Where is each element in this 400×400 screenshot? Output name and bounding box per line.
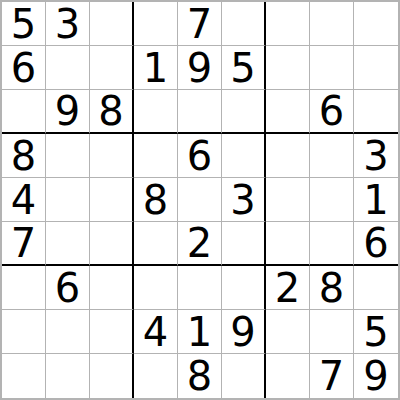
sudoku-cell-r7c9[interactable] <box>354 266 398 310</box>
sudoku-cell-r3c4[interactable] <box>134 90 178 134</box>
sudoku-cell-r1c8[interactable] <box>310 2 354 46</box>
sudoku-cell-r5c6[interactable]: 3 <box>222 178 266 222</box>
sudoku-cell-r2c6[interactable]: 5 <box>222 46 266 90</box>
sudoku-cell-r8c7[interactable] <box>266 310 310 354</box>
sudoku-cell-r1c7[interactable] <box>266 2 310 46</box>
sudoku-cell-r9c9[interactable]: 9 <box>354 354 398 398</box>
sudoku-cell-r2c5[interactable]: 9 <box>178 46 222 90</box>
sudoku-cell-r7c7[interactable]: 2 <box>266 266 310 310</box>
sudoku-cell-r7c2[interactable]: 6 <box>46 266 90 310</box>
sudoku-cell-r7c6[interactable] <box>222 266 266 310</box>
sudoku-cell-r9c4[interactable] <box>134 354 178 398</box>
sudoku-cell-r3c1[interactable] <box>2 90 46 134</box>
sudoku-cell-r7c5[interactable] <box>178 266 222 310</box>
sudoku-cell-r5c7[interactable] <box>266 178 310 222</box>
sudoku-cell-r3c9[interactable] <box>354 90 398 134</box>
sudoku-cell-r8c3[interactable] <box>90 310 134 354</box>
sudoku-cell-r2c4[interactable]: 1 <box>134 46 178 90</box>
sudoku-cell-r1c9[interactable] <box>354 2 398 46</box>
sudoku-cell-r3c5[interactable] <box>178 90 222 134</box>
sudoku-cell-r9c1[interactable] <box>2 354 46 398</box>
sudoku-cell-r2c2[interactable] <box>46 46 90 90</box>
sudoku-cell-r8c2[interactable] <box>46 310 90 354</box>
sudoku-cell-r3c7[interactable] <box>266 90 310 134</box>
sudoku-cell-r4c9[interactable]: 3 <box>354 134 398 178</box>
sudoku-cell-r1c4[interactable] <box>134 2 178 46</box>
sudoku-cell-r5c1[interactable]: 4 <box>2 178 46 222</box>
sudoku-cell-r2c9[interactable] <box>354 46 398 90</box>
sudoku-cell-r4c6[interactable] <box>222 134 266 178</box>
sudoku-cell-r9c8[interactable]: 7 <box>310 354 354 398</box>
sudoku-cell-r1c6[interactable] <box>222 2 266 46</box>
sudoku-cell-r4c3[interactable] <box>90 134 134 178</box>
sudoku-cell-r6c9[interactable]: 6 <box>354 222 398 266</box>
sudoku-cell-r8c4[interactable]: 4 <box>134 310 178 354</box>
sudoku-cell-r6c2[interactable] <box>46 222 90 266</box>
sudoku-cell-r2c7[interactable] <box>266 46 310 90</box>
sudoku-cell-r5c2[interactable] <box>46 178 90 222</box>
sudoku-cell-r7c4[interactable] <box>134 266 178 310</box>
sudoku-cell-r8c6[interactable]: 9 <box>222 310 266 354</box>
sudoku-cell-r9c5[interactable]: 8 <box>178 354 222 398</box>
sudoku-cell-r2c8[interactable] <box>310 46 354 90</box>
sudoku-cell-r3c8[interactable]: 6 <box>310 90 354 134</box>
sudoku-cell-r2c1[interactable]: 6 <box>2 46 46 90</box>
sudoku-cell-r4c1[interactable]: 8 <box>2 134 46 178</box>
sudoku-cell-r6c6[interactable] <box>222 222 266 266</box>
sudoku-cell-r4c8[interactable] <box>310 134 354 178</box>
sudoku-cell-r6c7[interactable] <box>266 222 310 266</box>
sudoku-cell-r7c1[interactable] <box>2 266 46 310</box>
sudoku-cell-r4c5[interactable]: 6 <box>178 134 222 178</box>
sudoku-cell-r3c2[interactable]: 9 <box>46 90 90 134</box>
sudoku-cell-r7c8[interactable]: 8 <box>310 266 354 310</box>
sudoku-cell-r8c5[interactable]: 1 <box>178 310 222 354</box>
sudoku-cell-r6c4[interactable] <box>134 222 178 266</box>
sudoku-cell-r5c8[interactable] <box>310 178 354 222</box>
sudoku-cell-r6c5[interactable]: 2 <box>178 222 222 266</box>
sudoku-cell-r4c4[interactable] <box>134 134 178 178</box>
sudoku-cell-r1c2[interactable]: 3 <box>46 2 90 46</box>
sudoku-cell-r6c8[interactable] <box>310 222 354 266</box>
sudoku-cell-r9c7[interactable] <box>266 354 310 398</box>
sudoku-cell-r2c3[interactable] <box>90 46 134 90</box>
sudoku-cell-r9c3[interactable] <box>90 354 134 398</box>
sudoku-cell-r8c1[interactable] <box>2 310 46 354</box>
sudoku-cell-r6c3[interactable] <box>90 222 134 266</box>
sudoku-cell-r6c1[interactable]: 7 <box>2 222 46 266</box>
sudoku-cell-r9c6[interactable] <box>222 354 266 398</box>
sudoku-cell-r8c9[interactable]: 5 <box>354 310 398 354</box>
sudoku-cell-r3c3[interactable]: 8 <box>90 90 134 134</box>
sudoku-cell-r7c3[interactable] <box>90 266 134 310</box>
sudoku-cell-r1c3[interactable] <box>90 2 134 46</box>
sudoku-cell-r9c2[interactable] <box>46 354 90 398</box>
sudoku-board: 537619598686348317266284195879 <box>0 0 400 400</box>
sudoku-cell-r5c9[interactable]: 1 <box>354 178 398 222</box>
sudoku-cell-r5c3[interactable] <box>90 178 134 222</box>
sudoku-cell-r5c4[interactable]: 8 <box>134 178 178 222</box>
sudoku-cell-r1c5[interactable]: 7 <box>178 2 222 46</box>
sudoku-cell-r1c1[interactable]: 5 <box>2 2 46 46</box>
sudoku-cell-r3c6[interactable] <box>222 90 266 134</box>
sudoku-cell-r4c2[interactable] <box>46 134 90 178</box>
sudoku-cell-r5c5[interactable] <box>178 178 222 222</box>
sudoku-cell-r8c8[interactable] <box>310 310 354 354</box>
sudoku-cell-r4c7[interactable] <box>266 134 310 178</box>
